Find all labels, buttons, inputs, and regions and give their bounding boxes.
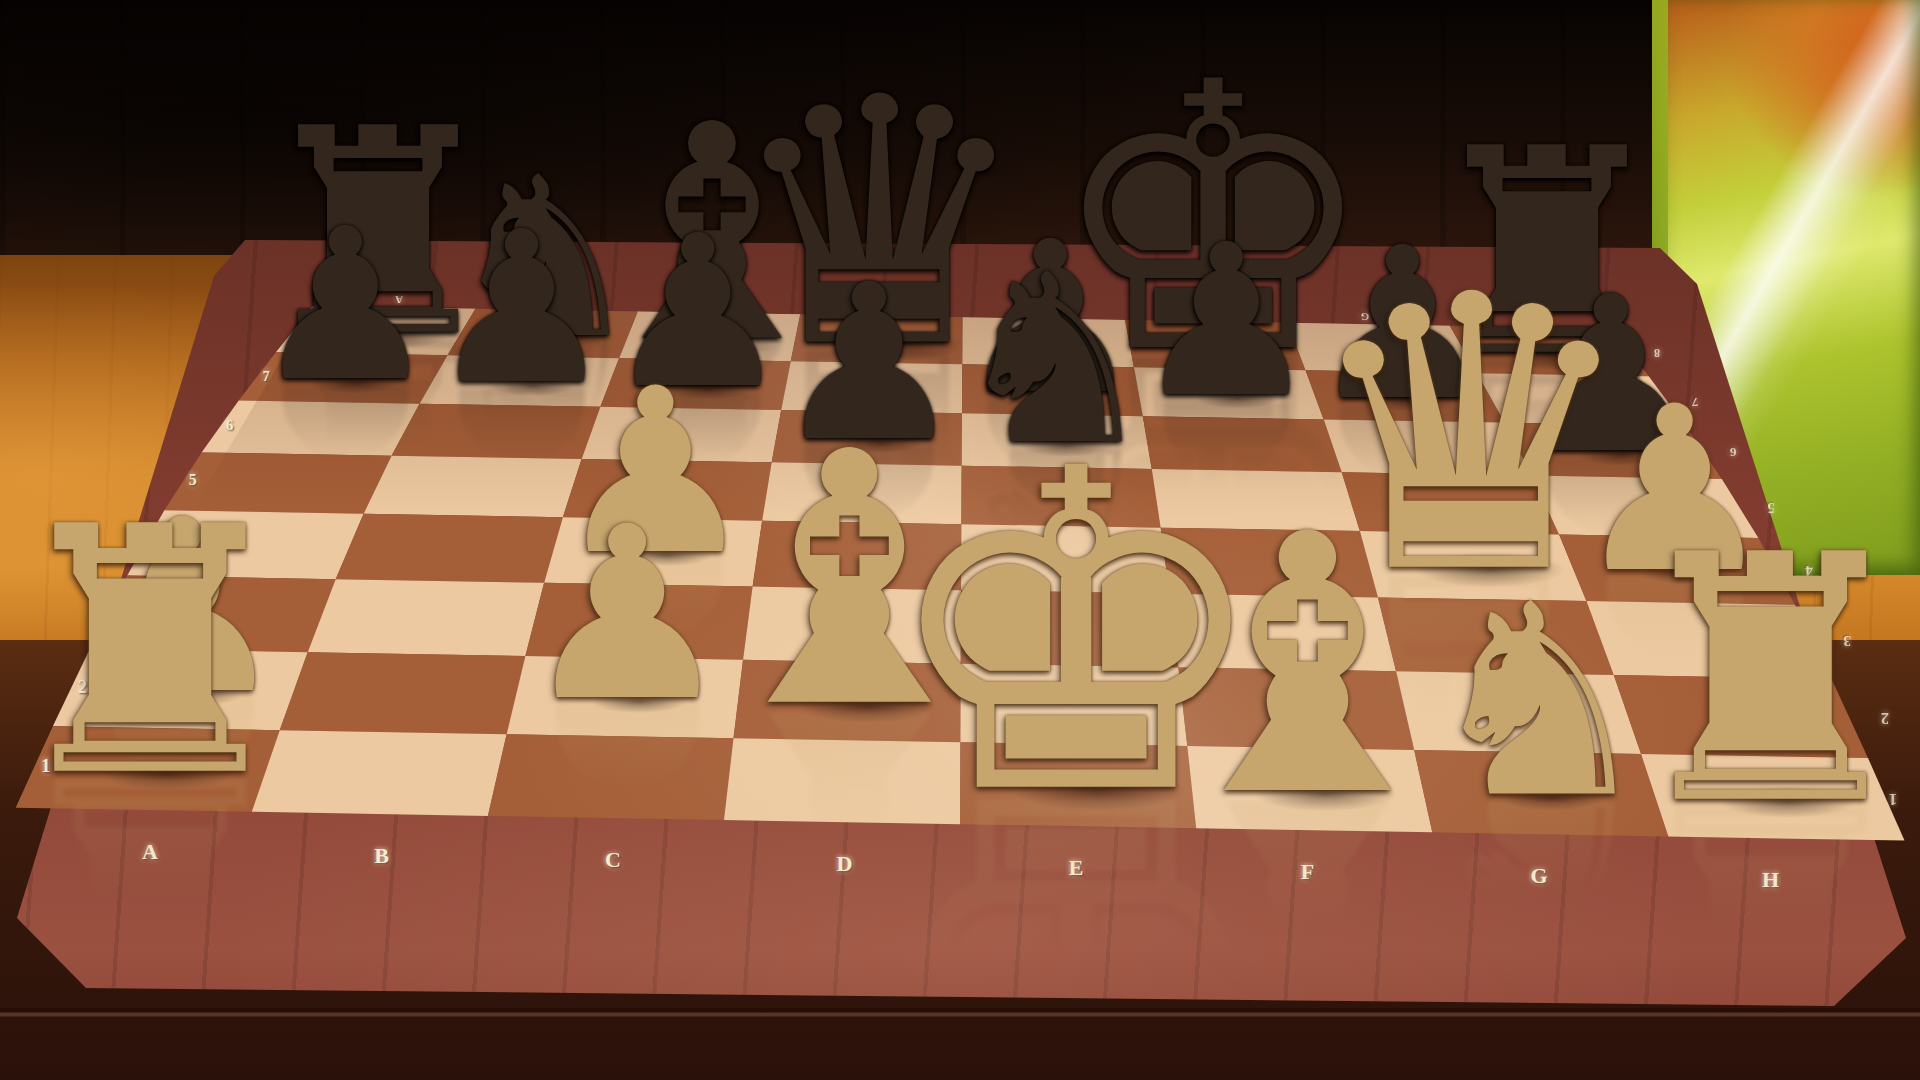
rank-label-left-6: 6 (226, 417, 234, 434)
chess-board: AABBCCDDEEFFGGHH1122334455667788♜♜♞♞♝♝♛♛… (0, 0, 1920, 1080)
file-label-b: B (374, 843, 389, 869)
piece-black-pawn-a7[interactable]: ♟ (251, 201, 439, 411)
piece-white-rook-h1[interactable]: ♜ (1618, 511, 1920, 851)
piece-white-rook-a1[interactable]: ♜ (0, 482, 302, 822)
game-scene: AABBCCDDEEFFGGHH1122334455667788♜♜♞♞♝♝♛♛… (0, 0, 1920, 1080)
